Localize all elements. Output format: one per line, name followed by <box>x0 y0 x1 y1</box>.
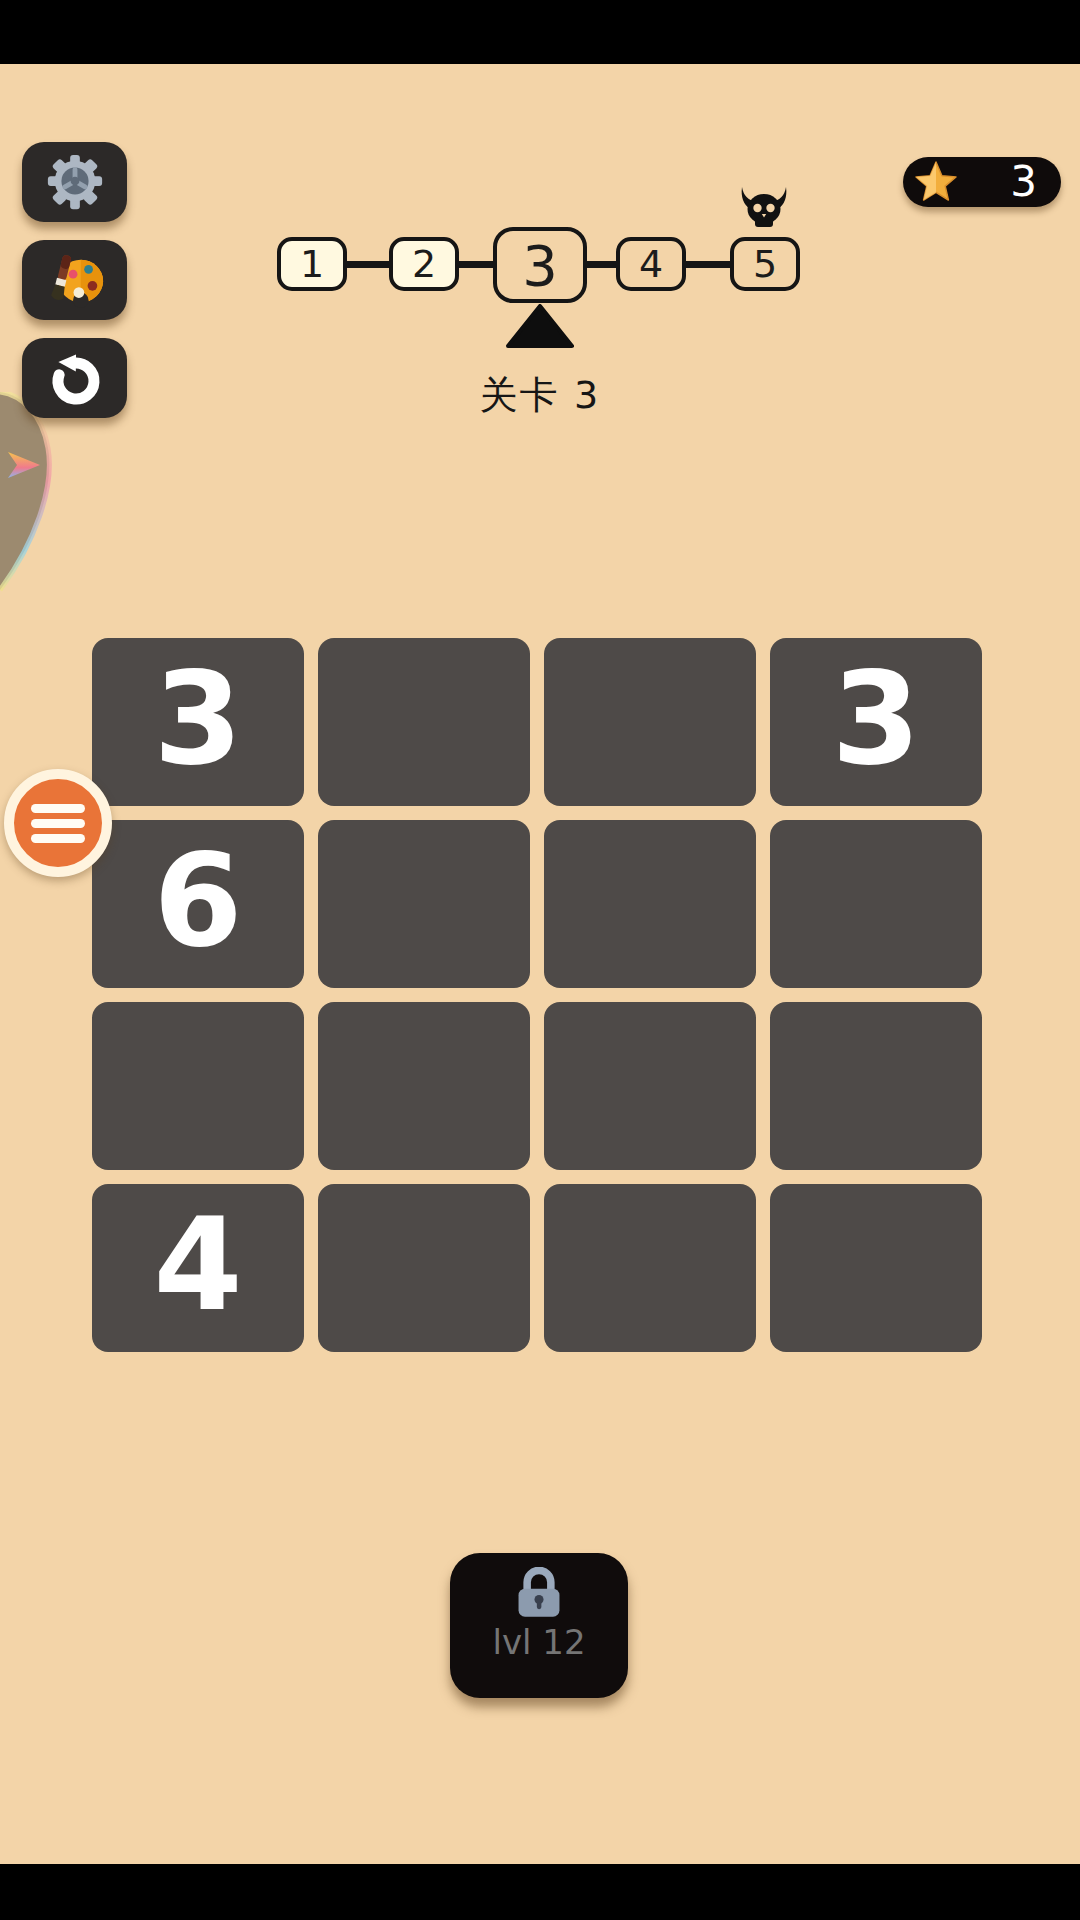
skull-icon <box>736 186 792 228</box>
locked-level-label: lvl 12 <box>492 1625 585 1659</box>
board-cell-r2c3[interactable] <box>544 820 756 988</box>
current-level-pointer <box>506 304 574 348</box>
cell-number: 3 <box>153 655 242 789</box>
level-box-5[interactable]: 5 <box>730 237 800 291</box>
board-cell-r2c4[interactable] <box>770 820 982 988</box>
board-cell-r1c3[interactable] <box>544 638 756 806</box>
level-box-label: 4 <box>639 242 663 286</box>
star-counter[interactable]: 3 <box>903 157 1061 207</box>
cell-number: 3 <box>831 655 920 789</box>
board-cell-r4c1[interactable]: 4 <box>92 1184 304 1352</box>
star-count: 3 <box>1010 161 1037 203</box>
lock-icon <box>511 1567 567 1619</box>
level-box-label: 5 <box>753 242 777 286</box>
cell-number: 4 <box>153 1201 242 1335</box>
settings-button[interactable] <box>22 142 127 222</box>
palette-icon <box>43 249 107 311</box>
puzzle-board: 3364 <box>92 638 982 1352</box>
board-cell-r3c4[interactable] <box>770 1002 982 1170</box>
level-box-label: 1 <box>300 242 324 286</box>
side-drawer-decoration <box>0 392 70 604</box>
board-cell-r3c3[interactable] <box>544 1002 756 1170</box>
game-screen: 3 12345 关卡 3 3364 lvl 12 <box>0 0 1080 1920</box>
board-cell-r1c1[interactable]: 3 <box>92 638 304 806</box>
locked-level-button[interactable]: lvl 12 <box>450 1553 628 1698</box>
drawer-arrow-icon[interactable] <box>8 450 42 480</box>
level-caption: 关卡 3 <box>0 370 1080 421</box>
star-icon <box>913 160 959 204</box>
board-cell-r4c4[interactable] <box>770 1184 982 1352</box>
bottom-black-bar <box>0 1864 1080 1920</box>
level-box-4[interactable]: 4 <box>616 237 686 291</box>
cell-number: 6 <box>153 837 242 971</box>
level-box-label: 3 <box>522 233 558 298</box>
level-box-3[interactable]: 3 <box>493 227 587 303</box>
board-cell-r3c1[interactable] <box>92 1002 304 1170</box>
level-box-label: 2 <box>412 242 436 286</box>
menu-button[interactable] <box>4 769 112 877</box>
level-box-1[interactable]: 1 <box>277 237 347 291</box>
board-cell-r2c1[interactable]: 6 <box>92 820 304 988</box>
top-black-bar <box>0 0 1080 64</box>
theme-button[interactable] <box>22 240 127 320</box>
level-box-2[interactable]: 2 <box>389 237 459 291</box>
board-cell-r1c4[interactable]: 3 <box>770 638 982 806</box>
board-cell-r4c3[interactable] <box>544 1184 756 1352</box>
board-cell-r2c2[interactable] <box>318 820 530 988</box>
board-cell-r1c2[interactable] <box>318 638 530 806</box>
gear-icon <box>42 151 108 213</box>
board-cell-r4c2[interactable] <box>318 1184 530 1352</box>
board-cell-r3c2[interactable] <box>318 1002 530 1170</box>
